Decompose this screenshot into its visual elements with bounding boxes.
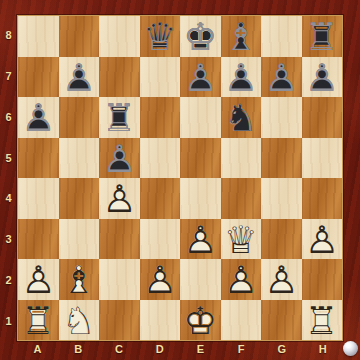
square-c1[interactable] [99, 300, 140, 341]
square-c2[interactable] [99, 259, 140, 300]
white-queen[interactable]: ♛♕ [221, 219, 262, 260]
piece-outline-glyph: ♘ [221, 97, 262, 138]
black-rook[interactable]: ♜♖ [99, 97, 140, 138]
piece-outline-glyph: ♘ [59, 300, 100, 341]
square-h2[interactable] [302, 259, 343, 300]
file-label-c: C [99, 340, 140, 358]
square-f7[interactable]: ♟♙ [221, 57, 262, 98]
piece-outline-glyph: ♙ [99, 178, 140, 219]
black-pawn[interactable]: ♟♙ [302, 57, 343, 98]
white-knight[interactable]: ♞♘ [59, 300, 100, 341]
square-a8[interactable] [18, 16, 59, 57]
black-queen[interactable]: ♛♕ [140, 16, 181, 57]
black-pawn[interactable]: ♟♙ [99, 138, 140, 179]
white-pawn[interactable]: ♟♙ [261, 259, 302, 300]
square-e3[interactable]: ♟♙ [180, 219, 221, 260]
square-g6[interactable] [261, 97, 302, 138]
square-g1[interactable] [261, 300, 302, 341]
file-labels: ABCDEFGH [17, 340, 343, 358]
rank-labels: 87654321 [0, 15, 17, 341]
square-b6[interactable] [59, 97, 100, 138]
piece-outline-glyph: ♙ [180, 219, 221, 260]
square-a4[interactable] [18, 178, 59, 219]
black-rook[interactable]: ♜♖ [302, 16, 343, 57]
square-g3[interactable] [261, 219, 302, 260]
square-c4[interactable]: ♟♙ [99, 178, 140, 219]
piece-outline-glyph: ♗ [221, 16, 262, 57]
piece-outline-glyph: ♙ [140, 259, 181, 300]
square-a3[interactable] [18, 219, 59, 260]
black-pawn[interactable]: ♟♙ [221, 57, 262, 98]
square-f5[interactable] [221, 138, 262, 179]
square-d7[interactable] [140, 57, 181, 98]
white-bishop[interactable]: ♝♗ [59, 259, 100, 300]
square-c8[interactable] [99, 16, 140, 57]
file-label-g: G [262, 340, 303, 358]
square-b8[interactable] [59, 16, 100, 57]
piece-outline-glyph: ♕ [140, 16, 181, 57]
square-e4[interactable] [180, 178, 221, 219]
square-b7[interactable]: ♟♙ [59, 57, 100, 98]
white-pawn[interactable]: ♟♙ [180, 219, 221, 260]
piece-outline-glyph: ♔ [180, 300, 221, 341]
chess-board: ♛♕♚♔♝♗♜♖♟♙♟♙♟♙♟♙♟♙♟♙♜♖♞♘♟♙♟♙♟♙♛♕♟♙♟♙♝♗♟♙… [17, 15, 343, 341]
black-pawn[interactable]: ♟♙ [59, 57, 100, 98]
piece-outline-glyph: ♙ [302, 219, 343, 260]
rank-label-4: 4 [0, 178, 17, 219]
square-h7[interactable]: ♟♙ [302, 57, 343, 98]
piece-outline-glyph: ♙ [221, 259, 262, 300]
square-g5[interactable] [261, 138, 302, 179]
white-pawn[interactable]: ♟♙ [221, 259, 262, 300]
rank-label-7: 7 [0, 56, 17, 97]
file-label-e: E [180, 340, 221, 358]
square-d4[interactable] [140, 178, 181, 219]
square-h5[interactable] [302, 138, 343, 179]
square-c7[interactable] [99, 57, 140, 98]
white-to-move-indicator [343, 341, 358, 356]
square-g2[interactable]: ♟♙ [261, 259, 302, 300]
square-b1[interactable]: ♞♘ [59, 300, 100, 341]
piece-outline-glyph: ♙ [302, 57, 343, 98]
square-d1[interactable] [140, 300, 181, 341]
piece-outline-glyph: ♖ [302, 16, 343, 57]
square-h8[interactable]: ♜♖ [302, 16, 343, 57]
square-d5[interactable] [140, 138, 181, 179]
square-d2[interactable]: ♟♙ [140, 259, 181, 300]
square-c5[interactable]: ♟♙ [99, 138, 140, 179]
square-f4[interactable] [221, 178, 262, 219]
square-d8[interactable]: ♛♕ [140, 16, 181, 57]
piece-outline-glyph: ♖ [302, 300, 343, 341]
black-pawn[interactable]: ♟♙ [180, 57, 221, 98]
square-b3[interactable] [59, 219, 100, 260]
square-h4[interactable] [302, 178, 343, 219]
square-g4[interactable] [261, 178, 302, 219]
piece-outline-glyph: ♗ [59, 259, 100, 300]
rank-label-8: 8 [0, 15, 17, 56]
piece-outline-glyph: ♙ [99, 138, 140, 179]
square-a1[interactable]: ♜♖ [18, 300, 59, 341]
square-a7[interactable] [18, 57, 59, 98]
square-g8[interactable] [261, 16, 302, 57]
square-e6[interactable] [180, 97, 221, 138]
square-b2[interactable]: ♝♗ [59, 259, 100, 300]
square-a2[interactable]: ♟♙ [18, 259, 59, 300]
piece-outline-glyph: ♙ [59, 57, 100, 98]
rank-label-2: 2 [0, 260, 17, 301]
square-b5[interactable] [59, 138, 100, 179]
square-e2[interactable] [180, 259, 221, 300]
square-e1[interactable]: ♚♔ [180, 300, 221, 341]
file-label-h: H [302, 340, 343, 358]
piece-outline-glyph: ♖ [99, 97, 140, 138]
file-label-b: B [58, 340, 99, 358]
square-f1[interactable] [221, 300, 262, 341]
white-rook[interactable]: ♜♖ [18, 300, 59, 341]
piece-outline-glyph: ♙ [261, 57, 302, 98]
square-h3[interactable]: ♟♙ [302, 219, 343, 260]
black-knight[interactable]: ♞♘ [221, 97, 262, 138]
white-pawn[interactable]: ♟♙ [302, 219, 343, 260]
square-h6[interactable] [302, 97, 343, 138]
white-king[interactable]: ♚♔ [180, 300, 221, 341]
rank-label-3: 3 [0, 219, 17, 260]
square-c6[interactable]: ♜♖ [99, 97, 140, 138]
piece-outline-glyph: ♔ [180, 16, 221, 57]
file-label-a: A [17, 340, 58, 358]
square-a6[interactable]: ♟♙ [18, 97, 59, 138]
square-e5[interactable] [180, 138, 221, 179]
piece-outline-glyph: ♖ [18, 300, 59, 341]
square-d3[interactable] [140, 219, 181, 260]
rank-label-1: 1 [0, 300, 17, 341]
black-pawn[interactable]: ♟♙ [261, 57, 302, 98]
square-f8[interactable]: ♝♗ [221, 16, 262, 57]
rank-label-5: 5 [0, 137, 17, 178]
file-label-d: D [139, 340, 180, 358]
piece-outline-glyph: ♙ [221, 57, 262, 98]
square-g7[interactable]: ♟♙ [261, 57, 302, 98]
rank-label-6: 6 [0, 97, 17, 138]
square-f3[interactable]: ♛♕ [221, 219, 262, 260]
square-h1[interactable]: ♜♖ [302, 300, 343, 341]
white-pawn[interactable]: ♟♙ [18, 259, 59, 300]
square-f6[interactable]: ♞♘ [221, 97, 262, 138]
white-pawn[interactable]: ♟♙ [140, 259, 181, 300]
square-e7[interactable]: ♟♙ [180, 57, 221, 98]
chess-board-window: 87654321 ♛♕♚♔♝♗♜♖♟♙♟♙♟♙♟♙♟♙♟♙♜♖♞♘♟♙♟♙♟♙♛… [0, 0, 360, 360]
square-e8[interactable]: ♚♔ [180, 16, 221, 57]
square-f2[interactable]: ♟♙ [221, 259, 262, 300]
white-rook[interactable]: ♜♖ [302, 300, 343, 341]
black-pawn[interactable]: ♟♙ [18, 97, 59, 138]
piece-outline-glyph: ♙ [18, 259, 59, 300]
piece-outline-glyph: ♙ [18, 97, 59, 138]
piece-outline-glyph: ♕ [221, 219, 262, 260]
square-c3[interactable] [99, 219, 140, 260]
piece-outline-glyph: ♙ [180, 57, 221, 98]
black-bishop[interactable]: ♝♗ [221, 16, 262, 57]
piece-outline-glyph: ♙ [261, 259, 302, 300]
file-label-f: F [221, 340, 262, 358]
square-d6[interactable] [140, 97, 181, 138]
white-pawn[interactable]: ♟♙ [99, 178, 140, 219]
black-king[interactable]: ♚♔ [180, 16, 221, 57]
square-a5[interactable] [18, 138, 59, 179]
square-b4[interactable] [59, 178, 100, 219]
